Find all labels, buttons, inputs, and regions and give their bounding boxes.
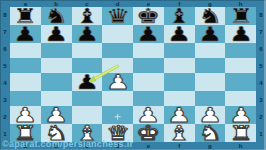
square-d6[interactable] <box>102 43 133 58</box>
rank-label-8: 8 <box>0 7 10 24</box>
square-f7[interactable]: ♟ <box>164 25 195 43</box>
square-h6[interactable] <box>225 43 256 58</box>
square-b6[interactable] <box>41 43 72 58</box>
piece-black-pawn-c7[interactable]: ♟ <box>75 24 99 44</box>
square-h4[interactable] <box>225 73 256 91</box>
piece-black-pawn-h7[interactable]: ♟ <box>229 24 253 44</box>
rank-label-6: 6 <box>256 41 266 58</box>
square-f5[interactable] <box>164 58 195 73</box>
square-g6[interactable] <box>195 43 226 58</box>
square-e7[interactable]: ♟ <box>133 25 164 43</box>
square-b4[interactable] <box>41 73 72 91</box>
piece-black-pawn-g7[interactable]: ♟ <box>198 24 222 44</box>
rank-label-2: 2 <box>0 108 10 125</box>
piece-black-pawn-e7[interactable]: ♟ <box>136 24 160 44</box>
square-g4[interactable] <box>195 73 226 91</box>
square-c6[interactable] <box>72 43 103 58</box>
square-c3[interactable] <box>72 91 103 106</box>
square-e5[interactable] <box>133 58 164 73</box>
rank-label-7: 7 <box>256 24 266 41</box>
piece-white-king-e1[interactable]: ♚ <box>136 123 160 143</box>
square-d3[interactable] <box>102 91 133 106</box>
square-e6[interactable] <box>133 43 164 58</box>
rank-label-1: 1 <box>0 125 10 142</box>
square-e4[interactable] <box>133 73 164 91</box>
square-d1[interactable]: ♛ <box>102 124 133 142</box>
chess-board-frame: abcdefgh abcdefgh 87654321 87654321 ♜♞♝♛… <box>0 0 266 150</box>
piece-white-knight-b1[interactable]: ♞ <box>44 123 68 143</box>
piece-white-bishop-f1[interactable]: ♝ <box>167 123 191 143</box>
piece-white-rook-h1[interactable]: ♜ <box>229 123 253 143</box>
square-c7[interactable]: ♟ <box>72 25 103 43</box>
square-a4[interactable] <box>10 73 41 91</box>
piece-white-rook-a1[interactable]: ♜ <box>13 123 37 143</box>
piece-white-bishop-c1[interactable]: ♝ <box>75 123 99 143</box>
rank-label-2: 2 <box>256 108 266 125</box>
square-g5[interactable] <box>195 58 226 73</box>
rank-label-4: 4 <box>0 75 10 92</box>
rank-label-8: 8 <box>256 7 266 24</box>
piece-white-knight-g1[interactable]: ♞ <box>198 123 222 143</box>
square-c1[interactable]: ♝ <box>72 124 103 142</box>
rank-labels-left: 87654321 <box>0 7 10 142</box>
square-a1[interactable]: ♜ <box>10 124 41 142</box>
rank-label-4: 4 <box>256 75 266 92</box>
square-b7[interactable]: ♟ <box>41 25 72 43</box>
piece-black-pawn-a7[interactable]: ♟ <box>13 24 37 44</box>
piece-black-pawn-f7[interactable]: ♟ <box>167 24 191 44</box>
rank-label-3: 3 <box>0 91 10 108</box>
square-h1[interactable]: ♜ <box>225 124 256 142</box>
piece-white-queen-d1[interactable]: ♛ <box>106 123 130 143</box>
square-g1[interactable]: ♞ <box>195 124 226 142</box>
square-b1[interactable]: ♞ <box>41 124 72 142</box>
square-a6[interactable] <box>10 43 41 58</box>
chess-board[interactable]: ♜♞♝♛♚♝♞♜♟♟♟♟♟♟♟♟♟♟♟♟♟♟♟♜♞♝♛♚♝♞♜ <box>10 7 256 142</box>
rank-labels-right: 87654321 <box>256 7 266 142</box>
rank-label-5: 5 <box>0 58 10 75</box>
square-b5[interactable] <box>41 58 72 73</box>
square-f4[interactable] <box>164 73 195 91</box>
square-d4[interactable]: ♟ <box>102 73 133 91</box>
square-h7[interactable]: ♟ <box>225 25 256 43</box>
piece-white-pawn-d4[interactable]: ♟ <box>106 72 130 92</box>
rank-label-5: 5 <box>256 58 266 75</box>
square-e1[interactable]: ♚ <box>133 124 164 142</box>
square-g7[interactable]: ♟ <box>195 25 226 43</box>
rank-label-6: 6 <box>0 41 10 58</box>
square-a7[interactable]: ♟ <box>10 25 41 43</box>
piece-black-pawn-c4[interactable]: ♟ <box>75 72 99 92</box>
square-f1[interactable]: ♝ <box>164 124 195 142</box>
square-h5[interactable] <box>225 58 256 73</box>
square-d8[interactable]: ♛ <box>102 7 133 25</box>
rank-label-7: 7 <box>0 24 10 41</box>
rank-label-3: 3 <box>256 91 266 108</box>
square-c4[interactable]: ♟ <box>72 73 103 91</box>
rank-label-1: 1 <box>256 125 266 142</box>
square-f6[interactable] <box>164 43 195 58</box>
square-d7[interactable] <box>102 25 133 43</box>
piece-black-queen-d8[interactable]: ♛ <box>106 6 130 26</box>
square-a5[interactable] <box>10 58 41 73</box>
piece-black-pawn-b7[interactable]: ♟ <box>44 24 68 44</box>
